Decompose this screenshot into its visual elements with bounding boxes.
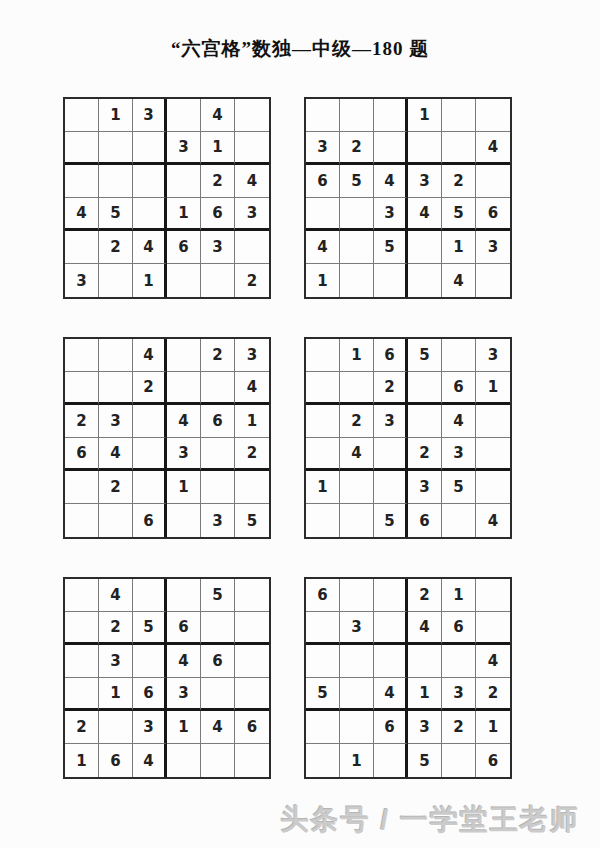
sudoku-cell-r5c6 xyxy=(235,231,269,264)
sudoku-cell-r6c5 xyxy=(201,264,235,297)
sudoku-cell-r2c4 xyxy=(167,372,201,405)
sudoku-cell-r6c5 xyxy=(442,504,476,537)
sudoku-cell-r3c2: 5 xyxy=(340,165,374,198)
sudoku-cell-r6c5: 3 xyxy=(201,504,235,537)
sudoku-cell-r4c6: 3 xyxy=(235,198,269,231)
sudoku-cell-r2c1 xyxy=(306,372,340,405)
sudoku-cell-r6c4 xyxy=(167,504,201,537)
sudoku-cell-r5c2 xyxy=(340,711,374,744)
sudoku-cell-r2c5 xyxy=(442,132,476,165)
sudoku-cell-r2c6 xyxy=(235,132,269,165)
sudoku-cell-r2c3: 5 xyxy=(133,612,167,645)
sudoku-cell-r2c5: 6 xyxy=(442,612,476,645)
sudoku-cell-r5c6: 6 xyxy=(235,711,269,744)
sudoku-cell-r2c3 xyxy=(133,132,167,165)
sudoku-cell-r2c4: 4 xyxy=(408,612,442,645)
sudoku-cell-r3c4: 4 xyxy=(167,645,201,678)
sudoku-cell-r2c3 xyxy=(374,132,408,165)
sudoku-cell-r6c2 xyxy=(99,264,133,297)
sudoku-cell-r6c6: 5 xyxy=(235,504,269,537)
sudoku-cell-r5c1: 4 xyxy=(306,231,340,264)
sudoku-cell-r6c6 xyxy=(476,264,510,297)
sudoku-board-3: 4232423461643221635 xyxy=(63,337,271,539)
sudoku-cell-r5c1: 1 xyxy=(306,471,340,504)
sudoku-cell-r2c1 xyxy=(306,612,340,645)
sudoku-cell-r4c1: 6 xyxy=(65,438,99,471)
sudoku-cell-r2c5 xyxy=(201,612,235,645)
sudoku-cell-r4c6: 6 xyxy=(476,198,510,231)
sudoku-cell-r6c1: 1 xyxy=(306,264,340,297)
sudoku-cell-r3c6: 1 xyxy=(235,405,269,438)
sudoku-cell-r3c3 xyxy=(374,645,408,678)
sudoku-cell-r2c3 xyxy=(374,612,408,645)
sudoku-cell-r4c2: 1 xyxy=(99,678,133,711)
sudoku-cell-r4c1 xyxy=(306,198,340,231)
sudoku-cell-r6c4: 6 xyxy=(408,504,442,537)
sudoku-cell-r4c2: 5 xyxy=(99,198,133,231)
sudoku-cell-r5c5: 2 xyxy=(442,711,476,744)
sudoku-cell-r1c4 xyxy=(167,579,201,612)
sudoku-cell-r5c4: 3 xyxy=(408,471,442,504)
sudoku-cell-r6c4: 5 xyxy=(408,744,442,777)
sudoku-cell-r3c2: 3 xyxy=(99,645,133,678)
sudoku-cell-r4c1 xyxy=(65,678,99,711)
sudoku-cell-r1c2 xyxy=(99,339,133,372)
sudoku-cell-r6c6: 4 xyxy=(476,504,510,537)
sudoku-cell-r1c3 xyxy=(374,99,408,132)
sudoku-cell-r3c2: 2 xyxy=(340,405,374,438)
sudoku-cell-r3c4: 4 xyxy=(167,405,201,438)
sudoku-cell-r3c5 xyxy=(442,645,476,678)
sudoku-cell-r1c4: 5 xyxy=(408,339,442,372)
sudoku-cell-r4c5: 6 xyxy=(201,198,235,231)
sudoku-cell-r1c3: 6 xyxy=(374,339,408,372)
sudoku-cell-r6c1 xyxy=(306,744,340,777)
sudoku-cell-r5c5 xyxy=(201,471,235,504)
sudoku-cell-r4c4: 1 xyxy=(408,678,442,711)
sudoku-cell-r5c3: 3 xyxy=(133,711,167,744)
sudoku-cell-r6c6 xyxy=(235,744,269,777)
sudoku-cell-r1c1 xyxy=(65,99,99,132)
sudoku-cell-r1c1 xyxy=(65,579,99,612)
sudoku-cell-r5c1 xyxy=(306,711,340,744)
sudoku-cell-r4c3: 3 xyxy=(374,198,408,231)
sudoku-cell-r6c4 xyxy=(408,264,442,297)
sudoku-cell-r1c5: 4 xyxy=(201,99,235,132)
sudoku-cell-r3c3 xyxy=(133,645,167,678)
sudoku-cell-r1c6 xyxy=(476,579,510,612)
sudoku-cell-r4c4: 2 xyxy=(408,438,442,471)
sudoku-cell-r4c6: 2 xyxy=(476,678,510,711)
sudoku-cell-r5c5: 4 xyxy=(201,711,235,744)
sudoku-cell-r4c5: 3 xyxy=(442,438,476,471)
sudoku-cell-r3c4: 3 xyxy=(408,165,442,198)
sudoku-cell-r3c5: 2 xyxy=(201,165,235,198)
sudoku-cell-r4c4: 1 xyxy=(167,198,201,231)
sudoku-cell-r3c6: 4 xyxy=(235,165,269,198)
sudoku-cell-r1c5 xyxy=(442,339,476,372)
sudoku-cell-r6c3: 6 xyxy=(133,504,167,537)
sudoku-cell-r5c6: 1 xyxy=(476,711,510,744)
sudoku-cell-r6c3 xyxy=(374,264,408,297)
sudoku-cell-r3c1: 2 xyxy=(65,405,99,438)
sudoku-cell-r5c3: 5 xyxy=(374,231,408,264)
sudoku-cell-r4c2: 4 xyxy=(340,438,374,471)
sudoku-cell-r3c4 xyxy=(408,645,442,678)
sudoku-cell-r3c3 xyxy=(133,165,167,198)
sudoku-cell-r5c5: 1 xyxy=(442,231,476,264)
sudoku-cell-r3c1 xyxy=(306,645,340,678)
sudoku-cell-r4c2 xyxy=(340,198,374,231)
sudoku-cell-r2c3: 2 xyxy=(374,372,408,405)
sudoku-cell-r5c1 xyxy=(65,471,99,504)
sudoku-cell-r4c1: 5 xyxy=(306,678,340,711)
sudoku-cell-r5c2: 2 xyxy=(99,471,133,504)
sudoku-cell-r3c1 xyxy=(65,645,99,678)
page-title: “六宫格”数独—中级—180 题 xyxy=(0,36,600,62)
sudoku-cell-r1c5: 1 xyxy=(442,579,476,612)
sudoku-cell-r2c6 xyxy=(476,612,510,645)
sudoku-cell-r4c4: 3 xyxy=(167,438,201,471)
sudoku-cell-r6c1 xyxy=(306,504,340,537)
sudoku-cell-r6c2 xyxy=(340,504,374,537)
sudoku-cell-r1c4: 1 xyxy=(408,99,442,132)
sudoku-cell-r4c1: 4 xyxy=(65,198,99,231)
sudoku-cell-r5c1: 2 xyxy=(65,711,99,744)
sudoku-cell-r3c2 xyxy=(99,165,133,198)
sudoku-cell-r1c3: 4 xyxy=(133,339,167,372)
sudoku-cell-r1c1 xyxy=(306,339,340,372)
sudoku-cell-r1c2: 1 xyxy=(340,339,374,372)
sudoku-cell-r2c4: 6 xyxy=(167,612,201,645)
sudoku-cell-r5c3 xyxy=(374,471,408,504)
sudoku-cell-r3c1 xyxy=(65,165,99,198)
sudoku-cell-r5c4: 1 xyxy=(167,471,201,504)
sudoku-cell-r2c2 xyxy=(99,372,133,405)
sudoku-cell-r3c3: 3 xyxy=(374,405,408,438)
sudoku-cell-r3c1: 6 xyxy=(306,165,340,198)
sudoku-cell-r6c3: 4 xyxy=(133,744,167,777)
sudoku-cell-r2c1 xyxy=(65,372,99,405)
sudoku-cell-r5c2: 2 xyxy=(99,231,133,264)
sudoku-cell-r6c5 xyxy=(442,744,476,777)
sudoku-cell-r3c2 xyxy=(340,645,374,678)
sudoku-cell-r1c4 xyxy=(167,99,201,132)
sudoku-cell-r4c6 xyxy=(476,438,510,471)
sudoku-cell-r4c5: 3 xyxy=(442,678,476,711)
sudoku-cell-r4c4: 3 xyxy=(167,678,201,711)
sudoku-cell-r6c4 xyxy=(167,264,201,297)
sudoku-cell-r3c5: 4 xyxy=(442,405,476,438)
sudoku-cell-r1c2: 4 xyxy=(99,579,133,612)
sudoku-cell-r6c3: 5 xyxy=(374,504,408,537)
sudoku-cell-r2c6 xyxy=(235,612,269,645)
sudoku-cell-r4c3 xyxy=(133,198,167,231)
sudoku-cell-r2c4 xyxy=(408,372,442,405)
sudoku-cell-r2c5 xyxy=(201,372,235,405)
sudoku-cell-r2c2: 3 xyxy=(340,612,374,645)
sudoku-cell-r5c1 xyxy=(65,231,99,264)
sudoku-cell-r1c2: 1 xyxy=(99,99,133,132)
sudoku-cell-r3c1 xyxy=(306,405,340,438)
sudoku-cell-r1c1 xyxy=(65,339,99,372)
sudoku-cell-r2c4: 3 xyxy=(167,132,201,165)
sudoku-cell-r2c1 xyxy=(65,132,99,165)
sudoku-cell-r5c3: 6 xyxy=(374,711,408,744)
sudoku-cell-r4c6: 2 xyxy=(235,438,269,471)
sudoku-cell-r5c4: 1 xyxy=(167,711,201,744)
sudoku-cell-r5c3 xyxy=(133,471,167,504)
sudoku-cell-r6c3 xyxy=(374,744,408,777)
sudoku-cell-r1c4: 2 xyxy=(408,579,442,612)
sudoku-cell-r1c2 xyxy=(340,579,374,612)
sudoku-cell-r6c6: 6 xyxy=(476,744,510,777)
sudoku-cell-r1c6 xyxy=(235,579,269,612)
sudoku-cell-r1c1: 6 xyxy=(306,579,340,612)
sudoku-cell-r1c5: 5 xyxy=(201,579,235,612)
sudoku-cell-r6c4 xyxy=(167,744,201,777)
sudoku-board-1: 1343124451632463312 xyxy=(63,97,271,299)
sudoku-cell-r4c4: 4 xyxy=(408,198,442,231)
sudoku-cell-r2c3: 2 xyxy=(133,372,167,405)
sudoku-cell-r2c2 xyxy=(340,372,374,405)
sudoku-cell-r5c2 xyxy=(99,711,133,744)
sudoku-cell-r5c6: 3 xyxy=(476,231,510,264)
sudoku-cell-r4c6 xyxy=(235,678,269,711)
sudoku-cell-r4c2 xyxy=(340,678,374,711)
sudoku-cell-r1c6: 3 xyxy=(476,339,510,372)
sudoku-cell-r1c3 xyxy=(133,579,167,612)
sudoku-cell-r2c1 xyxy=(65,612,99,645)
sudoku-board-6: 6213464541326321156 xyxy=(304,577,512,779)
sudoku-cell-r6c2 xyxy=(99,504,133,537)
sudoku-board-2: 1324654323456451314 xyxy=(304,97,512,299)
sudoku-cell-r6c2: 1 xyxy=(340,744,374,777)
sudoku-cell-r1c4 xyxy=(167,339,201,372)
sudoku-cell-r1c6 xyxy=(235,99,269,132)
sudoku-cell-r4c1 xyxy=(306,438,340,471)
sudoku-cell-r3c2: 3 xyxy=(99,405,133,438)
sudoku-cell-r1c1 xyxy=(306,99,340,132)
sudoku-cell-r4c5: 5 xyxy=(442,198,476,231)
sudoku-cell-r4c3: 4 xyxy=(374,678,408,711)
sudoku-cell-r6c5: 4 xyxy=(442,264,476,297)
sudoku-cell-r2c4 xyxy=(408,132,442,165)
sudoku-cell-r4c5 xyxy=(201,678,235,711)
sudoku-cell-r6c1 xyxy=(65,504,99,537)
sudoku-cell-r1c5 xyxy=(442,99,476,132)
sudoku-cell-r2c2: 2 xyxy=(340,132,374,165)
sudoku-board-5: 4525634616323146164 xyxy=(63,577,271,779)
sudoku-cell-r3c5: 2 xyxy=(442,165,476,198)
sudoku-cell-r6c1: 1 xyxy=(65,744,99,777)
sudoku-cell-r1c3: 3 xyxy=(133,99,167,132)
sudoku-cell-r3c5: 6 xyxy=(201,645,235,678)
sudoku-cell-r1c6: 3 xyxy=(235,339,269,372)
sudoku-cell-r6c2: 6 xyxy=(99,744,133,777)
sudoku-cell-r1c5: 2 xyxy=(201,339,235,372)
sudoku-cell-r2c5: 6 xyxy=(442,372,476,405)
sudoku-cell-r4c3 xyxy=(133,438,167,471)
sudoku-cell-r4c3: 6 xyxy=(133,678,167,711)
sudoku-cell-r5c3: 4 xyxy=(133,231,167,264)
sudoku-cell-r5c4: 3 xyxy=(408,711,442,744)
sudoku-cell-r3c5: 6 xyxy=(201,405,235,438)
sudoku-cell-r3c3 xyxy=(133,405,167,438)
sudoku-cell-r6c5 xyxy=(201,744,235,777)
sudoku-cell-r1c6 xyxy=(476,99,510,132)
sudoku-cell-r6c6: 2 xyxy=(235,264,269,297)
sudoku-cell-r5c4: 6 xyxy=(167,231,201,264)
sudoku-cell-r2c6: 1 xyxy=(476,372,510,405)
sudoku-cell-r2c6: 4 xyxy=(476,132,510,165)
sudoku-cell-r5c5: 5 xyxy=(442,471,476,504)
sudoku-cell-r5c4 xyxy=(408,231,442,264)
sudoku-cell-r2c5: 1 xyxy=(201,132,235,165)
sudoku-cell-r4c5 xyxy=(201,438,235,471)
sudoku-cell-r4c3 xyxy=(374,438,408,471)
sudoku-cell-r3c6: 4 xyxy=(476,645,510,678)
sudoku-cell-r2c6: 4 xyxy=(235,372,269,405)
sudoku-cell-r6c3: 1 xyxy=(133,264,167,297)
sudoku-cell-r5c2 xyxy=(340,231,374,264)
sudoku-cell-r3c4 xyxy=(167,165,201,198)
sudoku-cell-r5c2 xyxy=(340,471,374,504)
sudoku-cell-r5c6 xyxy=(476,471,510,504)
sudoku-cell-r4c2: 4 xyxy=(99,438,133,471)
sudoku-cell-r2c2: 2 xyxy=(99,612,133,645)
footer-watermark: 头条号 / 一学堂王老师 xyxy=(281,801,580,839)
sudoku-cell-r2c2 xyxy=(99,132,133,165)
sudoku-cell-r6c2 xyxy=(340,264,374,297)
sudoku-cell-r5c5: 3 xyxy=(201,231,235,264)
sudoku-cell-r3c4 xyxy=(408,405,442,438)
sudoku-cell-r3c3: 4 xyxy=(374,165,408,198)
sudoku-cell-r1c3 xyxy=(374,579,408,612)
sudoku-cell-r6c1: 3 xyxy=(65,264,99,297)
sudoku-cell-r2c1: 3 xyxy=(306,132,340,165)
sudoku-cell-r3c6 xyxy=(476,405,510,438)
sudoku-board-4: 1653261234423135564 xyxy=(304,337,512,539)
sudoku-cell-r3c6 xyxy=(476,165,510,198)
sudoku-cell-r3c6 xyxy=(235,645,269,678)
sudoku-cell-r5c6 xyxy=(235,471,269,504)
sudoku-cell-r1c2 xyxy=(340,99,374,132)
